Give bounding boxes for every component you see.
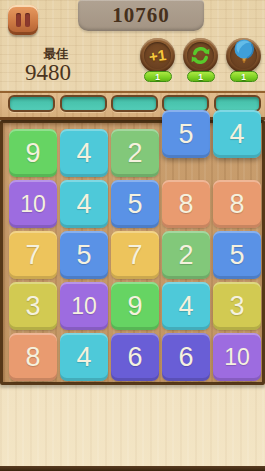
shuffle-icon — [188, 43, 213, 68]
tile-r3c3-value-7[interactable]: 7 — [111, 231, 159, 279]
shuffle-button[interactable] — [183, 38, 218, 73]
bottom-wood-edge — [0, 466, 265, 471]
tile-r5c1-value-8[interactable]: 8 — [9, 333, 57, 381]
tile-r3c1-value-7[interactable]: 7 — [9, 231, 57, 279]
tile-r4c2-value-10[interactable]: 10 — [60, 282, 108, 330]
best-score-value: 9480 — [17, 60, 79, 86]
tile-r4c1-value-3[interactable]: 3 — [9, 282, 57, 330]
tile-r2c3-value-5[interactable]: 5 — [111, 180, 159, 228]
tile-r1c1-value-9[interactable]: 9 — [9, 129, 57, 177]
tile-r2c1-value-10[interactable]: 10 — [9, 180, 57, 228]
pause-button[interactable] — [8, 5, 38, 35]
tray-slot-2 — [60, 95, 107, 112]
tile-r1c5-value-4[interactable]: 4 — [213, 110, 261, 158]
tile-r1c3-value-2[interactable]: 2 — [111, 129, 159, 177]
score-value: 10760 — [112, 3, 170, 28]
tile-r4c3-value-9[interactable]: 9 — [111, 282, 159, 330]
tile-r3c5-value-5[interactable]: 5 — [213, 231, 261, 279]
tray-slot-3 — [111, 95, 158, 112]
plus-one-count-badge: 1 — [144, 71, 172, 82]
tile-r4c5-value-3[interactable]: 3 — [213, 282, 261, 330]
game-screen: 10760 最佳 9480 +1 1 1 1 94254104588757253… — [0, 0, 265, 471]
shuffle-count-badge: 1 — [187, 71, 215, 82]
tile-r3c4-value-2[interactable]: 2 — [162, 231, 210, 279]
score-banner: 10760 — [78, 0, 204, 31]
tile-r1c2-value-4[interactable]: 4 — [60, 129, 108, 177]
tile-r2c5-value-8[interactable]: 8 — [213, 180, 261, 228]
tile-r5c3-value-6[interactable]: 6 — [111, 333, 159, 381]
tile-r3c2-value-5[interactable]: 5 — [60, 231, 108, 279]
pause-icon — [16, 13, 30, 27]
hammer-count-badge: 1 — [230, 71, 258, 82]
tile-r5c2-value-4[interactable]: 4 — [60, 333, 108, 381]
plus-one-icon: +1 — [148, 46, 167, 65]
hammer-button[interactable] — [226, 38, 261, 73]
tray-slot-1 — [8, 95, 55, 112]
tile-r5c5-value-10[interactable]: 10 — [213, 333, 261, 381]
hammer-ball-icon — [229, 37, 259, 69]
tile-r2c2-value-4[interactable]: 4 — [60, 180, 108, 228]
tile-r4c4-value-4[interactable]: 4 — [162, 282, 210, 330]
tile-r5c4-value-6[interactable]: 6 — [162, 333, 210, 381]
tile-r1c4-value-5[interactable]: 5 — [162, 110, 210, 158]
plus-one-button[interactable]: +1 — [140, 38, 175, 73]
tile-r2c4-value-8[interactable]: 8 — [162, 180, 210, 228]
